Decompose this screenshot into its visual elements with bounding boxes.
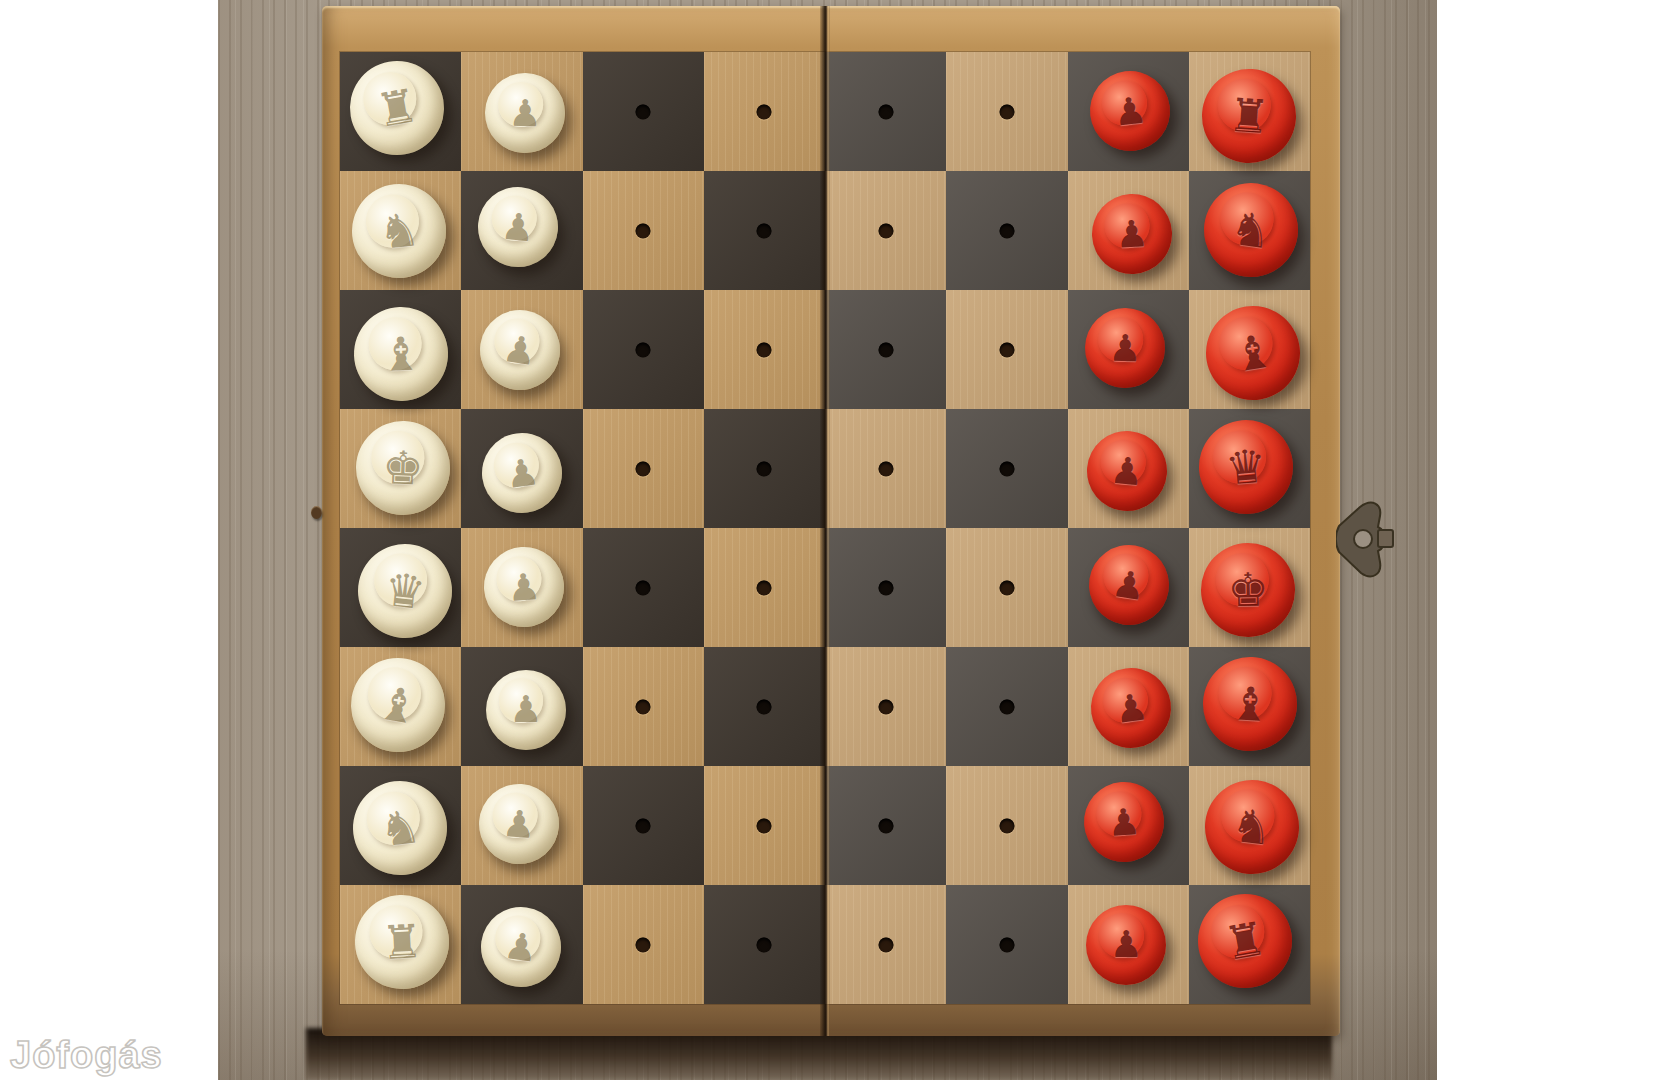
square-e7[interactable]: ♟ <box>1068 528 1189 647</box>
white-queen-glyph: ♛ <box>382 565 428 615</box>
white-pawn-glyph: ♟ <box>503 452 541 493</box>
square-f6[interactable] <box>946 647 1067 766</box>
peg-hole <box>878 580 893 595</box>
square-f1[interactable]: ♝ <box>340 647 461 766</box>
square-g4[interactable] <box>704 766 825 885</box>
white-pawn-glyph: ♟ <box>509 691 542 728</box>
square-e1[interactable]: ♛ <box>340 528 461 647</box>
square-c8[interactable]: ♝ <box>1189 290 1310 409</box>
piece-red-queen-d8[interactable]: ♛ <box>1195 416 1297 518</box>
red-pawn-glyph: ♟ <box>1106 802 1142 841</box>
piece-red-pawn-g7[interactable]: ♟ <box>1081 779 1166 864</box>
red-pawn-glyph: ♟ <box>1109 451 1145 491</box>
piece-red-bishop-c8[interactable]: ♝ <box>1200 299 1308 407</box>
white-pawn-glyph: ♟ <box>508 94 542 132</box>
square-g7[interactable]: ♟ <box>1068 766 1189 885</box>
piece-white-bishop-c1[interactable]: ♝ <box>352 305 449 402</box>
peg-hole <box>636 104 651 119</box>
square-g5[interactable] <box>825 766 946 885</box>
peg-hole <box>878 937 893 952</box>
photo: ♜♟♟♜♞♟♟♞♝♟♟♝♚♟♟♛♛♟♟♚♝♟♟♝♞♟♟♞♜♟♟♜ Jófogás <box>0 0 1656 1080</box>
square-c7[interactable]: ♟ <box>1068 290 1189 409</box>
chess-board: ♜♟♟♜♞♟♟♞♝♟♟♝♚♟♟♛♛♟♟♚♝♟♟♝♞♟♟♞♜♟♟♜ <box>322 6 1340 1036</box>
square-h6[interactable] <box>946 885 1067 1004</box>
white-king-glyph: ♚ <box>381 444 424 491</box>
square-e4[interactable] <box>704 528 825 647</box>
white-bishop-glyph: ♝ <box>379 330 422 377</box>
piece-white-pawn-c2[interactable]: ♟ <box>474 304 566 396</box>
piece-red-pawn-f7[interactable]: ♟ <box>1086 662 1176 752</box>
peg-hole <box>636 937 651 952</box>
square-b1[interactable]: ♞ <box>340 171 461 290</box>
square-e8[interactable]: ♚ <box>1189 528 1310 647</box>
square-a4[interactable] <box>704 52 825 171</box>
piece-red-pawn-d7[interactable]: ♟ <box>1084 427 1171 514</box>
square-e6[interactable] <box>946 528 1067 647</box>
square-e5[interactable] <box>825 528 946 647</box>
piece-red-knight-g8[interactable]: ♞ <box>1200 774 1305 879</box>
piece-white-king-d1[interactable]: ♚ <box>354 419 451 516</box>
square-a1[interactable]: ♜ <box>340 52 461 171</box>
square-c2[interactable]: ♟ <box>461 290 582 409</box>
square-g3[interactable] <box>583 766 704 885</box>
piece-red-pawn-b7[interactable]: ♟ <box>1090 191 1174 275</box>
square-g2[interactable]: ♟ <box>461 766 582 885</box>
white-pawn-glyph: ♟ <box>506 567 542 606</box>
peg-hole <box>999 223 1014 238</box>
square-c1[interactable]: ♝ <box>340 290 461 409</box>
red-king-glyph: ♚ <box>1227 566 1269 613</box>
square-f7[interactable]: ♟ <box>1068 647 1189 766</box>
white-pawn-glyph: ♟ <box>500 207 536 247</box>
square-d3[interactable] <box>583 409 704 528</box>
piece-white-knight-b1[interactable]: ♞ <box>347 179 450 282</box>
piece-white-queen-e1[interactable]: ♛ <box>353 539 456 642</box>
square-d1[interactable]: ♚ <box>340 409 461 528</box>
piece-red-pawn-e7[interactable]: ♟ <box>1083 539 1175 631</box>
red-rook-glyph: ♜ <box>1227 91 1271 140</box>
square-h1[interactable]: ♜ <box>340 885 461 1004</box>
peg-hole <box>757 818 772 833</box>
peg-hole <box>636 342 651 357</box>
white-knight-glyph: ♞ <box>376 802 423 853</box>
square-h5[interactable] <box>825 885 946 1004</box>
square-h7[interactable]: ♟ <box>1068 885 1189 1004</box>
peg-hole <box>757 461 772 476</box>
center-hinge-seam <box>820 6 830 1036</box>
red-pawn-glyph: ♟ <box>1111 90 1148 131</box>
piece-red-pawn-h7[interactable]: ♟ <box>1086 905 1166 985</box>
peg-hole <box>636 223 651 238</box>
square-f2[interactable]: ♟ <box>461 647 582 766</box>
white-pawn-glyph: ♟ <box>501 804 537 843</box>
square-c6[interactable] <box>946 290 1067 409</box>
square-b4[interactable] <box>704 171 825 290</box>
white-knight-glyph: ♞ <box>376 205 422 255</box>
square-e2[interactable]: ♟ <box>461 528 582 647</box>
square-b3[interactable] <box>583 171 704 290</box>
square-c3[interactable] <box>583 290 704 409</box>
square-h4[interactable] <box>704 885 825 1004</box>
square-f5[interactable] <box>825 647 946 766</box>
square-d4[interactable] <box>704 409 825 528</box>
square-a6[interactable] <box>946 52 1067 171</box>
square-b8[interactable]: ♞ <box>1189 171 1310 290</box>
peg-hole <box>878 104 893 119</box>
white-pawn-glyph: ♟ <box>502 926 540 967</box>
square-a5[interactable] <box>825 52 946 171</box>
red-pawn-glyph: ♟ <box>1110 564 1149 606</box>
square-c4[interactable] <box>704 290 825 409</box>
square-h3[interactable] <box>583 885 704 1004</box>
metal-clasp-icon <box>1336 494 1396 586</box>
piece-red-rook-a8[interactable]: ♜ <box>1199 65 1299 165</box>
piece-white-pawn-g2[interactable]: ♟ <box>476 781 561 866</box>
square-a8[interactable]: ♜ <box>1189 52 1310 171</box>
square-d7[interactable]: ♟ <box>1068 409 1189 528</box>
square-g1[interactable]: ♞ <box>340 766 461 885</box>
square-d6[interactable] <box>946 409 1067 528</box>
red-bishop-glyph: ♝ <box>1229 327 1277 379</box>
peg-hole <box>757 937 772 952</box>
piece-white-rook-a1[interactable]: ♜ <box>342 53 451 162</box>
piece-red-pawn-a7[interactable]: ♟ <box>1086 66 1175 155</box>
peg-hole <box>878 223 893 238</box>
piece-white-bishop-f1[interactable]: ♝ <box>343 650 452 759</box>
square-h2[interactable]: ♟ <box>461 885 582 1004</box>
peg-hole <box>757 104 772 119</box>
white-pawn-glyph: ♟ <box>501 329 540 371</box>
peg-hole <box>999 937 1014 952</box>
red-pawn-glyph: ♟ <box>1108 329 1142 367</box>
square-g6[interactable] <box>946 766 1067 885</box>
piece-red-king-e8[interactable]: ♚ <box>1201 542 1297 638</box>
square-b7[interactable]: ♟ <box>1068 171 1189 290</box>
red-knight-glyph: ♞ <box>1228 204 1275 255</box>
square-b2[interactable]: ♟ <box>461 171 582 290</box>
piece-white-pawn-f2[interactable]: ♟ <box>486 670 566 750</box>
peg-hole <box>757 580 772 595</box>
peg-hole <box>636 461 651 476</box>
peg-hole <box>878 342 893 357</box>
square-b6[interactable] <box>946 171 1067 290</box>
right-white-strip <box>1437 0 1656 1080</box>
watermark: Jófogás <box>10 1034 163 1077</box>
square-d2[interactable]: ♟ <box>461 409 582 528</box>
square-h8[interactable]: ♜ <box>1189 885 1310 1004</box>
square-a3[interactable] <box>583 52 704 171</box>
peg-hole <box>878 461 893 476</box>
hinge-pin <box>311 506 322 519</box>
peg-hole <box>999 580 1014 595</box>
white-bishop-glyph: ♝ <box>373 678 422 730</box>
peg-hole <box>999 461 1014 476</box>
peg-hole <box>999 699 1014 714</box>
red-pawn-glyph: ♟ <box>1110 926 1143 963</box>
square-f8[interactable]: ♝ <box>1189 647 1310 766</box>
peg-hole <box>636 580 651 595</box>
piece-red-pawn-c7[interactable]: ♟ <box>1084 307 1165 388</box>
piece-white-pawn-h2[interactable]: ♟ <box>476 901 566 991</box>
piece-white-pawn-b2[interactable]: ♟ <box>475 183 562 270</box>
square-f3[interactable] <box>583 647 704 766</box>
peg-hole <box>878 818 893 833</box>
square-d5[interactable] <box>825 409 946 528</box>
piece-red-knight-b8[interactable]: ♞ <box>1198 176 1304 282</box>
square-c5[interactable] <box>825 290 946 409</box>
white-rook-glyph: ♜ <box>372 81 421 133</box>
square-g8[interactable]: ♞ <box>1189 766 1310 885</box>
red-bishop-glyph: ♝ <box>1229 679 1273 727</box>
piece-white-pawn-e2[interactable]: ♟ <box>481 544 566 629</box>
peg-hole <box>757 223 772 238</box>
square-e3[interactable] <box>583 528 704 647</box>
piece-white-pawn-d2[interactable]: ♟ <box>477 427 567 517</box>
red-queen-glyph: ♛ <box>1224 442 1269 491</box>
square-a7[interactable]: ♟ <box>1068 52 1189 171</box>
peg-hole <box>636 818 651 833</box>
red-pawn-glyph: ♟ <box>1115 214 1150 253</box>
piece-white-pawn-a2[interactable]: ♟ <box>484 72 565 153</box>
piece-red-bishop-f8[interactable]: ♝ <box>1201 654 1300 753</box>
left-white-strip: Jófogás <box>0 0 218 1080</box>
square-a2[interactable]: ♟ <box>461 52 582 171</box>
peg-hole <box>999 818 1014 833</box>
piece-white-knight-g1[interactable]: ♞ <box>347 775 452 880</box>
piece-red-rook-h8[interactable]: ♜ <box>1191 886 1300 995</box>
red-pawn-glyph: ♟ <box>1112 687 1150 728</box>
peg-hole <box>757 699 772 714</box>
square-f4[interactable] <box>704 647 825 766</box>
peg-hole <box>636 699 651 714</box>
red-rook-glyph: ♜ <box>1221 914 1270 966</box>
peg-hole <box>999 104 1014 119</box>
square-b5[interactable] <box>825 171 946 290</box>
square-d8[interactable]: ♛ <box>1189 409 1310 528</box>
peg-hole <box>999 342 1014 357</box>
red-knight-glyph: ♞ <box>1229 801 1276 852</box>
piece-white-rook-h1[interactable]: ♜ <box>352 892 451 991</box>
peg-hole <box>878 699 893 714</box>
peg-hole <box>757 342 772 357</box>
white-rook-glyph: ♜ <box>380 917 424 965</box>
